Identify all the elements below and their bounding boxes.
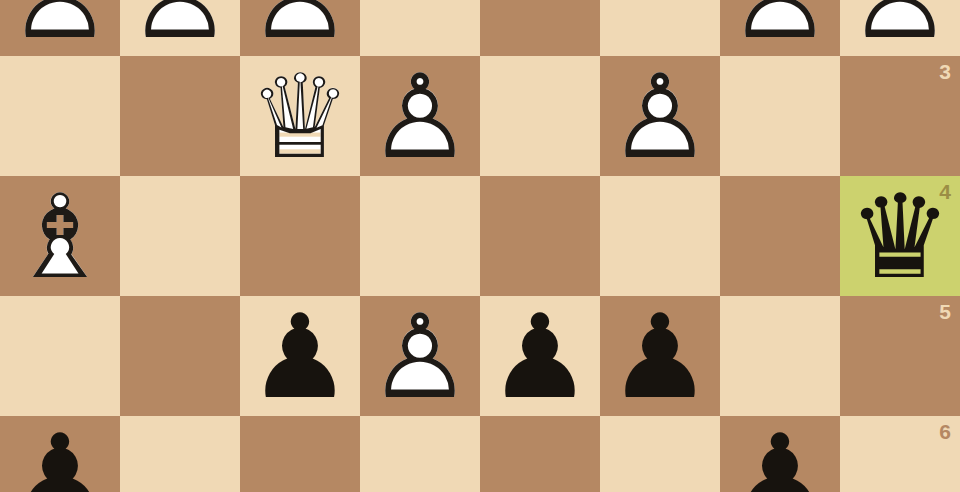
square-f3[interactable]: ♛♕ xyxy=(240,56,360,176)
square-d2[interactable] xyxy=(480,0,600,56)
square-d5[interactable]: ♟ xyxy=(480,296,600,416)
white-pawn-outline: ♙ xyxy=(360,296,480,416)
square-g3[interactable] xyxy=(120,56,240,176)
square-b5[interactable] xyxy=(720,296,840,416)
white-pawn[interactable]: ♟♙ xyxy=(360,56,480,176)
white-pawn-outline: ♙ xyxy=(840,0,960,56)
white-bishop-outline: ♗ xyxy=(0,176,120,296)
white-pawn-outline: ♙ xyxy=(600,56,720,176)
square-c2[interactable] xyxy=(600,0,720,56)
square-c4[interactable] xyxy=(600,176,720,296)
square-g5[interactable] xyxy=(120,296,240,416)
white-pawn[interactable]: ♟♙ xyxy=(0,0,120,56)
rank-label-4: 4 xyxy=(939,181,951,202)
black-pawn[interactable]: ♟ xyxy=(720,416,840,492)
white-pawn[interactable]: ♟♙ xyxy=(360,296,480,416)
rank-label-3: 3 xyxy=(939,61,951,82)
white-pawn-outline: ♙ xyxy=(0,0,120,56)
square-a5[interactable]: 5 xyxy=(840,296,960,416)
black-pawn[interactable]: ♟ xyxy=(600,296,720,416)
white-bishop[interactable]: ♝♗ xyxy=(0,176,120,296)
white-queen[interactable]: ♛♕ xyxy=(240,56,360,176)
white-pawn-outline: ♙ xyxy=(240,0,360,56)
black-pawn[interactable]: ♟ xyxy=(0,416,120,492)
square-e5[interactable]: ♟♙ xyxy=(360,296,480,416)
square-g4[interactable] xyxy=(120,176,240,296)
square-e6[interactable] xyxy=(360,416,480,492)
square-c5[interactable]: ♟ xyxy=(600,296,720,416)
square-d3[interactable] xyxy=(480,56,600,176)
rank-label-6: 6 xyxy=(939,421,951,442)
square-h3[interactable] xyxy=(0,56,120,176)
square-a3[interactable]: 3 xyxy=(840,56,960,176)
black-pawn-glyph: ♟ xyxy=(0,416,120,492)
square-h6[interactable]: ♟ xyxy=(0,416,120,492)
white-pawn[interactable]: ♟♙ xyxy=(840,0,960,56)
square-e4[interactable] xyxy=(360,176,480,296)
rank-label-5: 5 xyxy=(939,301,951,322)
square-g6[interactable] xyxy=(120,416,240,492)
square-f2[interactable]: ♟♙ xyxy=(240,0,360,56)
square-c3[interactable]: ♟♙ xyxy=(600,56,720,176)
square-b6[interactable]: ♟ xyxy=(720,416,840,492)
square-d6[interactable] xyxy=(480,416,600,492)
square-h2[interactable]: ♟♙ xyxy=(0,0,120,56)
white-pawn-outline: ♙ xyxy=(360,56,480,176)
black-pawn-glyph: ♟ xyxy=(480,296,600,416)
black-pawn-glyph: ♟ xyxy=(720,416,840,492)
square-f4[interactable] xyxy=(240,176,360,296)
square-c6[interactable] xyxy=(600,416,720,492)
white-queen-outline: ♕ xyxy=(240,56,360,176)
square-a2[interactable]: ♟♙ xyxy=(840,0,960,56)
black-pawn[interactable]: ♟ xyxy=(240,296,360,416)
chess-board: ♟♙♟♙♟♙♟♙♟♙♛♕♟♙♟♙3♝♗♛4♟♟♙♟♟5♟♟6 xyxy=(0,0,960,492)
white-pawn-outline: ♙ xyxy=(120,0,240,56)
white-pawn-outline: ♙ xyxy=(720,0,840,56)
square-a6[interactable]: 6 xyxy=(840,416,960,492)
white-pawn[interactable]: ♟♙ xyxy=(120,0,240,56)
white-pawn[interactable]: ♟♙ xyxy=(600,56,720,176)
square-h4[interactable]: ♝♗ xyxy=(0,176,120,296)
square-d4[interactable] xyxy=(480,176,600,296)
square-f5[interactable]: ♟ xyxy=(240,296,360,416)
square-g2[interactable]: ♟♙ xyxy=(120,0,240,56)
square-h5[interactable] xyxy=(0,296,120,416)
square-a4[interactable]: ♛4 xyxy=(840,176,960,296)
square-b3[interactable] xyxy=(720,56,840,176)
black-pawn-glyph: ♟ xyxy=(240,296,360,416)
white-pawn[interactable]: ♟♙ xyxy=(720,0,840,56)
black-pawn[interactable]: ♟ xyxy=(480,296,600,416)
square-e3[interactable]: ♟♙ xyxy=(360,56,480,176)
square-f6[interactable] xyxy=(240,416,360,492)
white-pawn[interactable]: ♟♙ xyxy=(240,0,360,56)
black-pawn-glyph: ♟ xyxy=(600,296,720,416)
board-grid: ♟♙♟♙♟♙♟♙♟♙♛♕♟♙♟♙3♝♗♛4♟♟♙♟♟5♟♟6 xyxy=(0,0,960,492)
square-e2[interactable] xyxy=(360,0,480,56)
square-b4[interactable] xyxy=(720,176,840,296)
square-b2[interactable]: ♟♙ xyxy=(720,0,840,56)
